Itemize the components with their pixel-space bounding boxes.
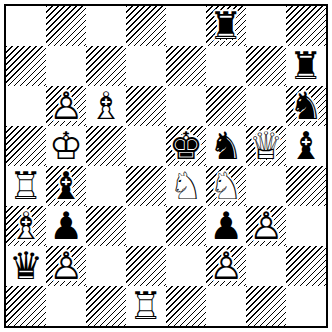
square-b8[interactable] <box>46 6 86 46</box>
board-frame: ♜♜♜♜♟♙♝♗♞♞♚♔♚♚♞♞♛♕♝♝♜♖♝♝♞♘♞♘♝♗♟♟♟♟♟♙♛♛♟♙… <box>4 4 328 328</box>
square-e3[interactable] <box>166 206 206 246</box>
square-h2[interactable] <box>286 246 326 286</box>
square-g2[interactable] <box>246 246 286 286</box>
square-c7[interactable] <box>86 46 126 86</box>
square-c5[interactable] <box>86 126 126 166</box>
square-h5[interactable]: ♝♝ <box>286 126 326 166</box>
square-g4[interactable] <box>246 166 286 206</box>
square-e8[interactable] <box>166 6 206 46</box>
square-f7[interactable] <box>206 46 246 86</box>
square-e2[interactable] <box>166 246 206 286</box>
square-h7[interactable]: ♜♜ <box>286 46 326 86</box>
square-d6[interactable] <box>126 86 166 126</box>
square-h1[interactable] <box>286 286 326 326</box>
square-d8[interactable] <box>126 6 166 46</box>
white-rook-piece: ♖ <box>6 166 46 206</box>
square-a3[interactable]: ♝♗ <box>6 206 46 246</box>
white-queen-piece: ♕ <box>246 126 286 166</box>
white-king-piece: ♔ <box>46 126 86 166</box>
square-g7[interactable] <box>246 46 286 86</box>
black-rook-piece: ♜ <box>206 6 246 46</box>
square-g1[interactable] <box>246 286 286 326</box>
square-f3[interactable]: ♟♟ <box>206 206 246 246</box>
black-knight-piece: ♞ <box>286 86 326 126</box>
square-d7[interactable] <box>126 46 166 86</box>
black-pawn-piece: ♟ <box>206 206 246 246</box>
square-b4[interactable]: ♝♝ <box>46 166 86 206</box>
black-bishop-piece: ♝ <box>286 126 326 166</box>
white-pawn-piece: ♙ <box>246 206 286 246</box>
black-pawn-piece: ♟ <box>46 206 86 246</box>
diagram-page: ♜♜♜♜♟♙♝♗♞♞♚♔♚♚♞♞♛♕♝♝♜♖♝♝♞♘♞♘♝♗♟♟♟♟♟♙♛♛♟♙… <box>0 0 332 332</box>
square-e6[interactable] <box>166 86 206 126</box>
square-f8[interactable]: ♜♜ <box>206 6 246 46</box>
square-b5[interactable]: ♚♔ <box>46 126 86 166</box>
square-e5[interactable]: ♚♚ <box>166 126 206 166</box>
white-knight-piece: ♘ <box>166 166 206 206</box>
square-a7[interactable] <box>6 46 46 86</box>
square-c3[interactable] <box>86 206 126 246</box>
square-c8[interactable] <box>86 6 126 46</box>
white-pawn-piece: ♙ <box>46 86 86 126</box>
black-knight-piece: ♞ <box>206 126 246 166</box>
square-a8[interactable] <box>6 6 46 46</box>
square-f1[interactable] <box>206 286 246 326</box>
square-a4[interactable]: ♜♖ <box>6 166 46 206</box>
square-g6[interactable] <box>246 86 286 126</box>
square-g8[interactable] <box>246 6 286 46</box>
square-d2[interactable] <box>126 246 166 286</box>
square-d5[interactable] <box>126 126 166 166</box>
square-c6[interactable]: ♝♗ <box>86 86 126 126</box>
square-e1[interactable] <box>166 286 206 326</box>
square-b1[interactable] <box>46 286 86 326</box>
square-h6[interactable]: ♞♞ <box>286 86 326 126</box>
square-f4[interactable]: ♞♘ <box>206 166 246 206</box>
square-g5[interactable]: ♛♕ <box>246 126 286 166</box>
square-c4[interactable] <box>86 166 126 206</box>
white-rook-piece: ♖ <box>126 286 166 326</box>
chess-board: ♜♜♜♜♟♙♝♗♞♞♚♔♚♚♞♞♛♕♝♝♜♖♝♝♞♘♞♘♝♗♟♟♟♟♟♙♛♛♟♙… <box>6 6 326 326</box>
square-h8[interactable] <box>286 6 326 46</box>
square-d1[interactable]: ♜♖ <box>126 286 166 326</box>
square-a1[interactable] <box>6 286 46 326</box>
square-e4[interactable]: ♞♘ <box>166 166 206 206</box>
square-b2[interactable]: ♟♙ <box>46 246 86 286</box>
square-d3[interactable] <box>126 206 166 246</box>
black-king-piece: ♚ <box>166 126 206 166</box>
square-f5[interactable]: ♞♞ <box>206 126 246 166</box>
square-f6[interactable] <box>206 86 246 126</box>
white-bishop-piece: ♗ <box>86 86 126 126</box>
square-e7[interactable] <box>166 46 206 86</box>
black-rook-piece: ♜ <box>286 46 326 86</box>
white-pawn-piece: ♙ <box>46 246 86 286</box>
square-c1[interactable] <box>86 286 126 326</box>
square-b3[interactable]: ♟♟ <box>46 206 86 246</box>
white-knight-piece: ♘ <box>206 166 246 206</box>
square-b6[interactable]: ♟♙ <box>46 86 86 126</box>
square-d4[interactable] <box>126 166 166 206</box>
black-queen-piece: ♛ <box>6 246 46 286</box>
square-b7[interactable] <box>46 46 86 86</box>
square-h3[interactable] <box>286 206 326 246</box>
square-c2[interactable] <box>86 246 126 286</box>
white-pawn-piece: ♙ <box>206 246 246 286</box>
square-a5[interactable] <box>6 126 46 166</box>
square-a2[interactable]: ♛♛ <box>6 246 46 286</box>
square-a6[interactable] <box>6 86 46 126</box>
square-g3[interactable]: ♟♙ <box>246 206 286 246</box>
white-bishop-piece: ♗ <box>6 206 46 246</box>
black-bishop-piece: ♝ <box>46 166 86 206</box>
square-h4[interactable] <box>286 166 326 206</box>
square-f2[interactable]: ♟♙ <box>206 246 246 286</box>
